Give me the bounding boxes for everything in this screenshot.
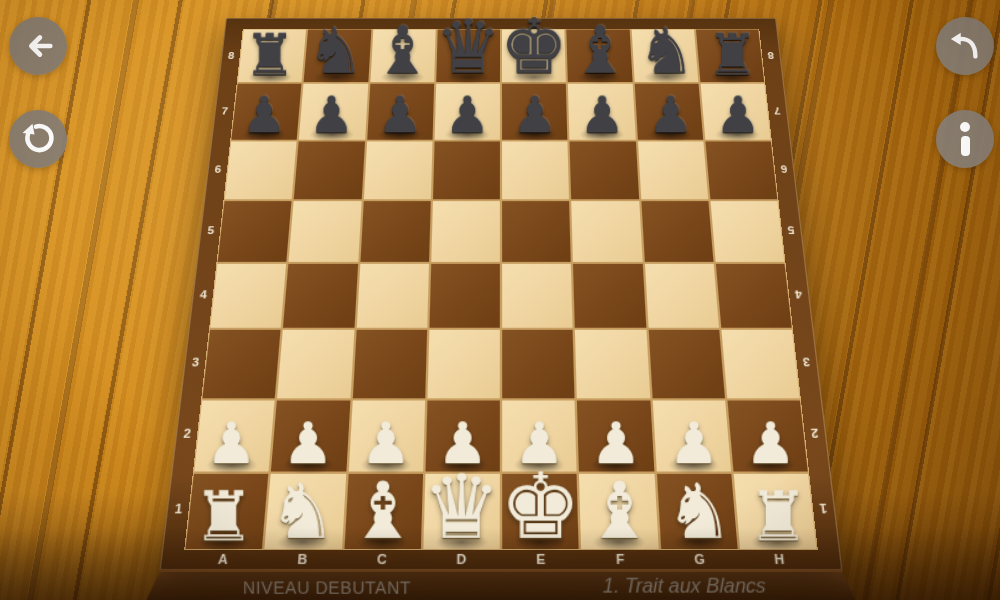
info-button[interactable]: [936, 110, 994, 168]
square-g7[interactable]: ♟: [634, 84, 703, 139]
white-king-e1[interactable]: ♚: [500, 462, 582, 549]
white-queen-d1[interactable]: ♛: [422, 465, 502, 549]
undo-arrow-icon: [948, 29, 982, 63]
square-c6[interactable]: [363, 141, 432, 199]
file-label-e: E: [501, 550, 581, 568]
black-pawn-g7[interactable]: ♟: [647, 91, 692, 139]
square-a3[interactable]: [202, 330, 280, 398]
square-e5[interactable]: [502, 201, 571, 262]
square-a8[interactable]: ♜: [238, 30, 306, 83]
square-h7[interactable]: ♟: [700, 84, 770, 139]
file-labels: ABCDEFGH: [182, 550, 820, 568]
black-knight-g8[interactable]: ♞: [638, 22, 695, 83]
square-d7[interactable]: ♟: [434, 84, 500, 139]
square-h1[interactable]: ♜: [733, 474, 816, 549]
white-pawn-f2[interactable]: ♟: [591, 417, 643, 472]
chess-board: ♜♞♝♛♚♝♞♜♟♟♟♟♟♟♟♟♟♟♟♟♟♟♟♟♜♞♝♛♚♝♞♜ 8765432…: [160, 18, 843, 570]
black-pawn-f7[interactable]: ♟: [580, 91, 625, 139]
white-pawn-a2[interactable]: ♟: [206, 417, 258, 472]
square-a4[interactable]: [210, 264, 286, 328]
file-label-c: C: [342, 550, 422, 568]
square-c2[interactable]: ♟: [348, 400, 425, 471]
white-pawn-b2[interactable]: ♟: [283, 417, 335, 472]
square-h8[interactable]: ♜: [696, 30, 764, 83]
square-e8[interactable]: ♚: [502, 30, 566, 83]
square-b3[interactable]: [277, 330, 353, 398]
black-queen-d8[interactable]: ♛: [435, 12, 501, 82]
square-h2[interactable]: ♟: [727, 400, 808, 471]
board-front-face: NIVEAU DEBUTANT 1. Trait aux Blancs: [141, 569, 861, 600]
black-pawn-b7[interactable]: ♟: [309, 91, 354, 139]
square-h3[interactable]: [721, 330, 799, 398]
square-h6[interactable]: [705, 141, 777, 199]
black-rook-a8[interactable]: ♜: [244, 28, 296, 83]
square-f1[interactable]: ♝: [579, 474, 658, 549]
white-rook-h1[interactable]: ♜: [747, 483, 809, 549]
level-label: NIVEAU DEBUTANT: [243, 576, 411, 597]
black-bishop-f8[interactable]: ♝: [571, 20, 630, 83]
square-e7[interactable]: ♟: [502, 84, 568, 139]
square-e6[interactable]: [502, 141, 569, 199]
black-king-e8[interactable]: ♚: [500, 10, 568, 82]
rotate-arrow-icon: [20, 121, 56, 157]
square-b5[interactable]: [289, 201, 361, 262]
file-label-a: A: [182, 550, 263, 568]
square-d6[interactable]: [433, 141, 500, 199]
square-a7[interactable]: ♟: [231, 84, 301, 139]
square-a1[interactable]: ♜: [186, 474, 269, 549]
square-c1[interactable]: ♝: [344, 474, 423, 549]
board-squares: ♜♞♝♛♚♝♞♜♟♟♟♟♟♟♟♟♟♟♟♟♟♟♟♟♜♞♝♛♚♝♞♜: [184, 29, 818, 551]
black-bishop-c8[interactable]: ♝: [372, 20, 431, 83]
file-label-f: F: [580, 550, 660, 568]
square-d3[interactable]: [427, 330, 500, 398]
white-bishop-c1[interactable]: ♝: [347, 474, 418, 549]
square-b8[interactable]: ♞: [304, 30, 371, 83]
square-b4[interactable]: [283, 264, 357, 328]
app-background: ♜♞♝♛♚♝♞♜♟♟♟♟♟♟♟♟♟♟♟♟♟♟♟♟♜♞♝♛♚♝♞♜ 8765432…: [0, 0, 1000, 600]
square-f7[interactable]: ♟: [568, 84, 635, 139]
file-label-g: G: [659, 550, 740, 568]
undo-button[interactable]: [936, 17, 994, 75]
square-f6[interactable]: [570, 141, 639, 199]
black-pawn-a7[interactable]: ♟: [242, 91, 287, 139]
arrow-left-icon: [21, 29, 55, 63]
square-d1[interactable]: ♛: [423, 474, 500, 549]
square-c4[interactable]: [356, 264, 429, 328]
square-g1[interactable]: ♞: [656, 474, 737, 549]
square-g5[interactable]: [641, 201, 713, 262]
square-e1[interactable]: ♚: [502, 474, 579, 549]
black-knight-b8[interactable]: ♞: [307, 22, 364, 83]
square-g2[interactable]: ♟: [652, 400, 731, 471]
file-label-d: D: [421, 550, 501, 568]
file-label-b: B: [262, 550, 343, 568]
square-f5[interactable]: [571, 201, 642, 262]
white-knight-g1[interactable]: ♞: [665, 476, 734, 549]
white-pawn-c2[interactable]: ♟: [360, 417, 412, 472]
white-pawn-g2[interactable]: ♟: [668, 417, 720, 472]
white-bishop-f1[interactable]: ♝: [584, 474, 655, 549]
black-pawn-e7[interactable]: ♟: [512, 91, 557, 139]
white-pawn-h2[interactable]: ♟: [745, 417, 797, 472]
square-f2[interactable]: ♟: [577, 400, 654, 471]
turn-indicator: 1. Trait aux Blancs: [603, 575, 766, 597]
square-f8[interactable]: ♝: [567, 30, 633, 83]
black-pawn-c7[interactable]: ♟: [377, 91, 422, 139]
square-d4[interactable]: [429, 264, 500, 328]
back-button[interactable]: [9, 17, 67, 75]
black-pawn-d7[interactable]: ♟: [445, 91, 490, 139]
square-e3[interactable]: [502, 330, 575, 398]
square-h5[interactable]: [710, 201, 784, 262]
square-e4[interactable]: [502, 264, 573, 328]
square-f4[interactable]: [573, 264, 646, 328]
square-g6[interactable]: [637, 141, 707, 199]
square-c8[interactable]: ♝: [370, 30, 436, 83]
square-c7[interactable]: ♟: [367, 84, 434, 139]
black-rook-h8[interactable]: ♜: [706, 28, 758, 83]
square-d8[interactable]: ♛: [436, 30, 500, 83]
square-f3[interactable]: [575, 330, 650, 398]
square-d5[interactable]: [431, 201, 500, 262]
square-b6[interactable]: [294, 141, 364, 199]
square-h4[interactable]: [716, 264, 792, 328]
file-label-h: H: [739, 550, 820, 568]
square-g3[interactable]: [648, 330, 724, 398]
black-pawn-h7[interactable]: ♟: [715, 91, 760, 139]
white-rook-a1[interactable]: ♜: [193, 483, 255, 549]
square-g8[interactable]: ♞: [631, 30, 698, 83]
info-icon: [960, 122, 970, 156]
square-b2[interactable]: ♟: [271, 400, 350, 471]
square-a2[interactable]: ♟: [194, 400, 275, 471]
square-a5[interactable]: [218, 201, 292, 262]
white-knight-b1[interactable]: ♞: [269, 476, 338, 549]
restart-button[interactable]: [9, 110, 67, 168]
square-a6[interactable]: [225, 141, 297, 199]
square-g4[interactable]: [644, 264, 718, 328]
square-c3[interactable]: [352, 330, 427, 398]
square-b1[interactable]: ♞: [265, 474, 346, 549]
square-c5[interactable]: [360, 201, 431, 262]
square-b7[interactable]: ♟: [299, 84, 368, 139]
